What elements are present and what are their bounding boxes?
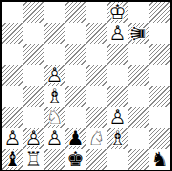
- black-pawn-d2: ♟: [65, 128, 86, 149]
- square-b5[interactable]: [23, 65, 44, 86]
- square-g1[interactable]: [128, 149, 149, 170]
- square-g2[interactable]: [128, 128, 149, 149]
- square-e1[interactable]: [86, 149, 107, 170]
- square-a4[interactable]: [2, 86, 23, 107]
- white-pawn-outline: ♙: [23, 128, 44, 149]
- white-pawn-outline: ♙: [107, 23, 128, 44]
- square-h6[interactable]: [149, 44, 170, 65]
- white-pawn-outline: ♙: [2, 128, 23, 149]
- white-pawn-f7: ♟♙: [107, 23, 128, 44]
- black-knight-h1: ♞: [149, 149, 170, 170]
- square-a7[interactable]: [2, 23, 23, 44]
- square-g5[interactable]: [128, 65, 149, 86]
- square-h1[interactable]: ♞: [149, 149, 170, 170]
- square-b8[interactable]: [23, 2, 44, 23]
- square-h4[interactable]: [149, 86, 170, 107]
- square-h3[interactable]: [149, 107, 170, 128]
- black-pawn-glyph: ♟: [65, 128, 86, 149]
- square-f3[interactable]: ♟♙: [107, 107, 128, 128]
- square-c2[interactable]: ♟♙: [44, 128, 65, 149]
- white-bishop-outline: ♗: [107, 128, 128, 149]
- white-pawn-outline: ♙: [44, 65, 65, 86]
- square-a2[interactable]: ♟♙: [2, 128, 23, 149]
- square-b4[interactable]: [23, 86, 44, 107]
- square-c4[interactable]: ♝♗: [44, 86, 65, 107]
- square-c6[interactable]: [44, 44, 65, 65]
- square-g3[interactable]: [128, 107, 149, 128]
- square-h8[interactable]: [149, 2, 170, 23]
- square-e5[interactable]: [86, 65, 107, 86]
- square-g8[interactable]: [128, 2, 149, 23]
- square-d4[interactable]: [65, 86, 86, 107]
- square-f4[interactable]: [107, 86, 128, 107]
- white-rook-b1: ♜♖: [23, 149, 44, 170]
- white-pawn-outline: ♙: [44, 128, 65, 149]
- white-king-f8: ♚♔: [107, 2, 128, 23]
- square-e2[interactable]: ♞♘: [86, 128, 107, 149]
- square-c5[interactable]: ♟♙: [44, 65, 65, 86]
- square-d7[interactable]: [65, 23, 86, 44]
- square-b3[interactable]: [23, 107, 44, 128]
- white-bishop-f2: ♝♗: [107, 128, 128, 149]
- black-king-d1: ♚: [65, 149, 86, 170]
- square-d3[interactable]: [65, 107, 86, 128]
- square-a1[interactable]: ♝: [2, 149, 23, 170]
- square-a5[interactable]: [2, 65, 23, 86]
- white-rook-outline: ♖: [23, 149, 44, 170]
- square-c1[interactable]: [44, 149, 65, 170]
- square-h7[interactable]: [149, 23, 170, 44]
- square-b6[interactable]: [23, 44, 44, 65]
- black-queen-glyph: ♛: [128, 23, 149, 44]
- white-pawn-c5: ♟♙: [44, 65, 65, 86]
- black-bishop-a1: ♝: [2, 149, 23, 170]
- chess-board: ♚♔♟♙♛♟♙♝♗♞♘♟♙♟♙♟♙♟♙♟♞♘♝♗♝♜♖♚♞: [0, 0, 172, 171]
- white-bishop-outline: ♗: [44, 86, 65, 107]
- square-e8[interactable]: [86, 2, 107, 23]
- square-f2[interactable]: ♝♗: [107, 128, 128, 149]
- square-h2[interactable]: [149, 128, 170, 149]
- white-knight-c3: ♞♘: [44, 107, 65, 128]
- square-f6[interactable]: [107, 44, 128, 65]
- black-queen-g7: ♛: [128, 23, 149, 44]
- square-e7[interactable]: [86, 23, 107, 44]
- white-pawn-f3: ♟♙: [107, 107, 128, 128]
- square-e4[interactable]: [86, 86, 107, 107]
- white-knight-outline: ♘: [86, 128, 107, 149]
- white-knight-e2: ♞♘: [86, 128, 107, 149]
- black-bishop-glyph: ♝: [2, 149, 23, 170]
- square-d5[interactable]: [65, 65, 86, 86]
- square-e6[interactable]: [86, 44, 107, 65]
- white-bishop-c4: ♝♗: [44, 86, 65, 107]
- white-pawn-c2: ♟♙: [44, 128, 65, 149]
- square-d6[interactable]: [65, 44, 86, 65]
- square-c8[interactable]: [44, 2, 65, 23]
- square-b1[interactable]: ♜♖: [23, 149, 44, 170]
- square-g7[interactable]: ♛: [128, 23, 149, 44]
- white-king-outline: ♔: [107, 2, 128, 23]
- black-knight-glyph: ♞: [149, 149, 170, 170]
- square-g4[interactable]: [128, 86, 149, 107]
- square-b7[interactable]: [23, 23, 44, 44]
- square-f1[interactable]: [107, 149, 128, 170]
- square-a3[interactable]: [2, 107, 23, 128]
- square-a6[interactable]: [2, 44, 23, 65]
- square-f8[interactable]: ♚♔: [107, 2, 128, 23]
- square-f7[interactable]: ♟♙: [107, 23, 128, 44]
- white-pawn-a2: ♟♙: [2, 128, 23, 149]
- square-c7[interactable]: [44, 23, 65, 44]
- square-f5[interactable]: [107, 65, 128, 86]
- white-pawn-b2: ♟♙: [23, 128, 44, 149]
- square-h5[interactable]: [149, 65, 170, 86]
- square-e3[interactable]: [86, 107, 107, 128]
- white-knight-outline: ♘: [44, 107, 65, 128]
- white-pawn-outline: ♙: [107, 107, 128, 128]
- square-b2[interactable]: ♟♙: [23, 128, 44, 149]
- square-a8[interactable]: [2, 2, 23, 23]
- square-d1[interactable]: ♚: [65, 149, 86, 170]
- black-king-glyph: ♚: [65, 149, 86, 170]
- square-d8[interactable]: [65, 2, 86, 23]
- square-d2[interactable]: ♟: [65, 128, 86, 149]
- square-g6[interactable]: [128, 44, 149, 65]
- square-c3[interactable]: ♞♘: [44, 107, 65, 128]
